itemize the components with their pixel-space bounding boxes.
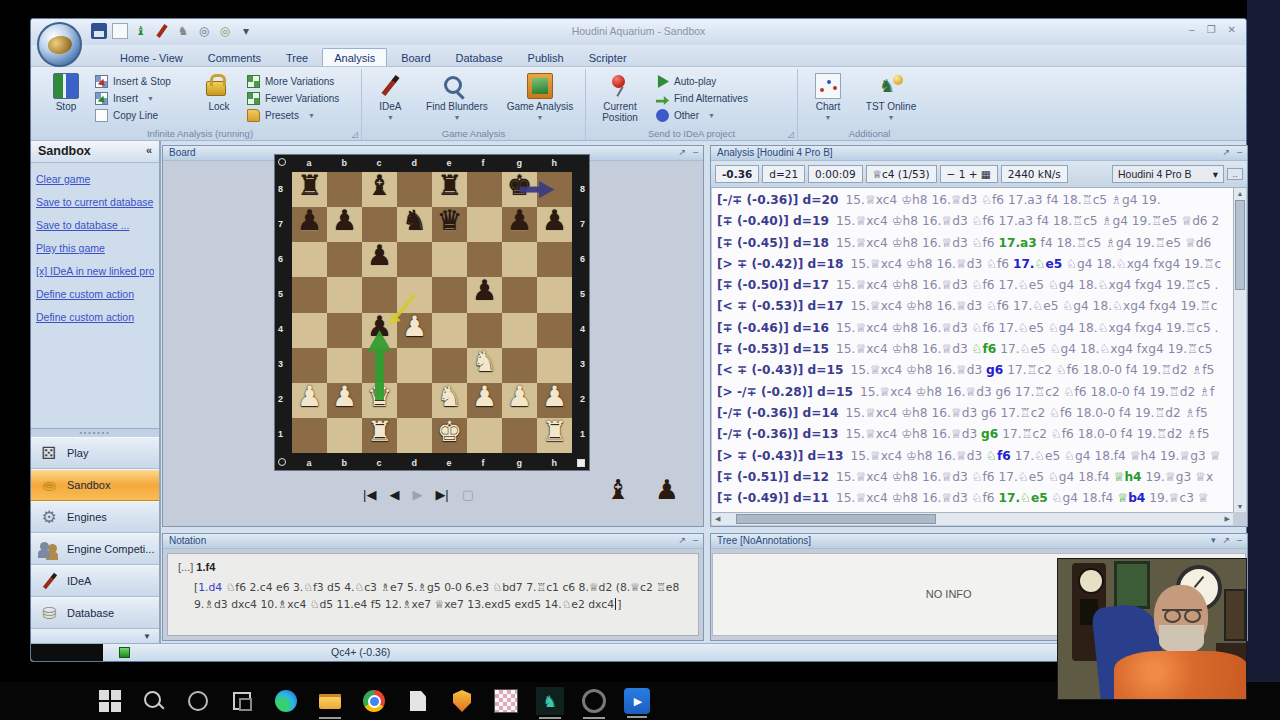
square-c3[interactable] [362,348,397,383]
variations-stepper[interactable]: − 1 + ▦ [940,165,998,183]
eval-prefix: [∓ (-0.50)] d=17 [717,278,829,292]
sidebar-item-engines[interactable]: ⚙Engines [31,501,159,533]
black-pawn: ♟ [362,313,397,341]
captured-pieces-tray: ♝ ♟ [606,474,687,505]
file-label: c [377,158,382,168]
square-g7[interactable]: ♟ [502,207,537,242]
moves-text: 15.♕xc4 ♔h8 16.♕d3 [850,363,986,377]
analysis-line[interactable]: [-/∓ (-0.36)] d=2015.♕xc4 ♔h8 16.♕d3 ♘f6… [717,190,1233,211]
moves-text: g6 [986,363,1003,377]
eval-prefix: [-/∓ (-0.36)] d=14 [717,406,839,420]
first-move-button[interactable]: |◀ [363,487,376,502]
taskbar-pattern-icon[interactable] [492,687,520,715]
black-bishop: ♝ [362,172,397,200]
square-e4[interactable] [432,313,467,348]
rank-label: 5 [278,289,283,299]
dropdown-icon[interactable]: ▾ [1211,535,1216,545]
chess-board[interactable]: ♜♝♜♚♟♟♞♛♟♟♟♟♟♟♞♟♟♛♞♟♟♟♜♚♜ aa88bb77cc66dd… [275,155,589,470]
square-d6[interactable] [397,242,432,277]
white-pawn: ♟ [327,383,362,411]
ribbon: Stop Insert & Stop Insert▼ Copy Line Loc… [31,67,1246,141]
knight-glyph: ♞ [543,692,557,711]
sidebar-item-engine-competi-[interactable]: Engine Competi... [31,533,159,565]
vertical-scrollbar[interactable]: ▲▼ [1233,188,1246,512]
moves-text: 15.♕xc4 ♔h8 16.♕d3 ♘f6 17.♘e5 ♘g4 18.f4 [836,470,1113,484]
taskbar-start-icon[interactable] [96,687,124,715]
notation-panel: Notation ↗– [...] 1.f4 [1.d4 ♘f6 2.c4 e6… [162,533,704,641]
moves-text: 17. [1013,257,1035,271]
best-move-cell[interactable]: ♕c4 (1/53) [866,165,937,183]
database-icon: ⛁ [38,602,60,624]
dropdown-arrow-icon[interactable]: ▼ [708,112,715,119]
moves-text: e5 [1045,257,1062,271]
black-pawn: ♟ [362,242,397,270]
sidebar-item-label: IDeA [67,575,91,587]
analysis-line[interactable]: [> ∓ (-0.42)] d=1815.♕xc4 ♔h8 16.♕d3 ♘f6… [717,254,1233,275]
sidebar-item-play[interactable]: ⚄Play [31,437,159,469]
square-e7[interactable]: ♛ [432,207,467,242]
square-h8[interactable] [537,172,572,207]
square-c7[interactable] [362,207,397,242]
analysis-panel-header: Analysis [Houdini 4 Pro B] ↗– [711,146,1247,161]
square-a4[interactable] [292,313,327,348]
analysis-toolbar: -0.36d=210:00:09♕c4 (1/53)− 1 + ▦2440 kN… [711,161,1247,188]
tab-analysis[interactable]: Analysis [322,48,387,66]
eval-prefix: [< ∓ (-0.43)] d=15 [717,363,843,377]
dialog-launcher-icon[interactable]: ◿ [788,130,794,139]
square-a7[interactable]: ♟ [292,207,327,242]
moves-text: 17.♖c2 ♘f6 18.0-0 f4 19.♖d2 ♗f5 [998,427,1209,441]
tree-panel-header: Tree [NoAnnotations] ▾↗– [711,534,1247,549]
minimize-button[interactable]: – [1189,24,1195,35]
square-g4[interactable] [502,313,537,348]
board-panel: Board ↗– ♜♝♜♚♟♟♞♛♟♟♟♟♟♟♞♟♟♛♞♟♟♟♜♚♜ aa88b… [162,145,704,527]
square-h4[interactable] [537,313,572,348]
analysis-line[interactable]: [∓ (-0.40)] d=1915.♕xc4 ♔h8 16.♕d3 ♘f6 1… [717,211,1233,232]
analysis-line[interactable]: [∓ (-0.49)] d=1115.♕xc4 ♔h8 16.♕d3 ♘f6 1… [717,488,1233,509]
collapse-panel-icon[interactable]: – [693,147,698,157]
pin-panel-icon[interactable]: ↗ [678,535,686,545]
analysis-line[interactable]: [< ∓ (-0.53)] d=1715.♕xc4 ♔h8 16.♕d3 ♘f6… [717,296,1233,317]
white-queen: ♛ [362,383,397,411]
moves-text: 17.a3 [998,236,1036,250]
rank-label: 1 [278,429,283,439]
square-g2[interactable]: ♟ [502,383,537,418]
moves-text: 19.♕g3 ♕x [1142,470,1214,484]
square-f6[interactable] [467,242,502,277]
sidebar-item-label: Sandbox [67,479,110,491]
white-knight: ♞ [432,383,467,411]
taskbar-search-icon[interactable] [140,687,168,715]
collapse-panel-icon[interactable]: – [1237,147,1242,157]
sidebar-link-save-to-current-database[interactable]: Save to current database [36,196,154,208]
close-button[interactable]: ✕ [1228,24,1236,35]
title-bar: ♝♞◎◎▾ Houdini Aquarium - Sandbox –❐✕ [31,19,1246,45]
game-analysis-button[interactable]: Game Analysis▼ [501,70,579,121]
black-pawn: ♟ [537,207,572,235]
sidebar-item-database[interactable]: ⛁Database [31,597,159,629]
taskbar-recorder-app-icon[interactable] [580,687,608,715]
file-label: a [307,158,312,168]
tab-home-view[interactable]: Home - View [109,49,194,66]
moves-text: 17.♘e5 ♘g4 18.f4 ♕h4 19.♕g3 ♕ [1011,449,1221,463]
square-c5[interactable] [362,277,397,312]
find-alternatives-button[interactable]: Find Alternatives [656,92,776,105]
presets-icon [247,109,260,122]
square-h2[interactable]: ♟ [537,383,572,418]
moves-text: ♕ [1117,491,1128,505]
moves-text: 17.♘e5 [998,491,1047,505]
white-king: ♚ [432,418,467,446]
square-f4[interactable] [467,313,502,348]
square-h7[interactable]: ♟ [537,207,572,242]
analysis-line[interactable]: [∓ (-0.45)] d=1815.♕xc4 ♔h8 16.♕d3 ♘f6 1… [717,233,1233,254]
white-pawn: ♟ [397,313,432,341]
board-menu-icon[interactable] [278,458,286,466]
moves-text: ♘ [1035,257,1046,271]
speed-cell[interactable]: 2440 kN/s [1001,165,1068,183]
analysis-line[interactable]: [∓ (-0.50)] d=1715.♕xc4 ♔h8 16.♕d3 ♘f6 1… [717,275,1233,296]
sidebar: Sandbox « Clear gameSave to current data… [31,141,161,645]
square-f1[interactable] [467,418,502,453]
variation-text[interactable]: [1.d4 ♘f6 2.c4 e6 3.♘f3 d5 4.♘c3 ♗e7 5.♗… [194,579,690,614]
moves-text: ♘g4 18.f4 [1048,491,1117,505]
tree-empty-message: NO INFO [926,588,972,600]
square-e2[interactable]: ♞ [432,383,467,418]
board-corner-icon[interactable] [577,459,585,467]
file-label: f [482,458,485,468]
pin-panel-icon[interactable]: ↗ [678,147,686,157]
engine-select[interactable]: Houdini 4 Pro B▾ [1112,165,1224,183]
presets-button[interactable]: Presets▼ [247,109,351,122]
rank-label: 4 [580,324,585,334]
black-pawn: ♟ [292,207,327,235]
tab-tree[interactable]: Tree [275,49,319,66]
taskbar-edge-icon[interactable] [272,687,300,715]
collapse-sidebar-icon[interactable]: « [146,144,152,156]
moves-text: 15.♕xc4 ♔h8 16.♕d3 ♘f6 17.♘e5 ♘g4 18.♘xg… [850,299,1217,313]
stop-button[interactable]: Stop [45,70,87,112]
analysis-line[interactable]: [< ∓ (-0.43)] d=1515.♕xc4 ♔h8 16.♕d3 g6 … [717,360,1233,381]
eval-prefix: [∓ (-0.49)] d=11 [717,491,829,505]
taskbar-cortana-icon[interactable] [184,687,212,715]
moves-text: b4 [1128,491,1145,505]
text-cursor [615,598,616,610]
flip-board-icon[interactable] [278,158,286,166]
chevron-down-icon: ▾ [1213,168,1218,180]
sidebar-link-define-custom-action[interactable]: Define custom action [36,288,154,300]
pin-panel-icon[interactable]: ↗ [1222,147,1230,157]
collapse-panel-icon[interactable]: – [693,535,698,545]
insert-button[interactable]: Insert▼ [95,92,191,105]
square-g6[interactable] [502,242,537,277]
insert-and-stop-button[interactable]: Insert & Stop [95,75,191,88]
scrollbar-thumb[interactable] [1235,200,1245,290]
square-b4[interactable] [327,313,362,348]
square-h1[interactable]: ♜ [537,418,572,453]
mainline-move[interactable]: 1.f4 [196,561,215,573]
auto-play-button[interactable]: Auto-play [656,75,776,88]
moves-text: 15.♕xc4 ♔h8 16.♕d3 ♘f6 17.♘e5 ♘g4 18.♘xg… [836,321,1218,335]
square-e5[interactable] [432,277,467,312]
square-c6[interactable]: ♟ [362,242,397,277]
sidebar-link--x-idea-in-new-linked-pr[interactable]: [x] IDeA in new linked pro [36,265,154,277]
sidebar-item-label: Play [67,447,88,459]
square-g8[interactable]: ♚ [502,172,537,207]
eval-prefix: [∓ (-0.40)] d=19 [717,214,829,228]
square-h5[interactable] [537,277,572,312]
black-queen: ♛ [432,207,467,235]
square-c1[interactable]: ♜ [362,418,397,453]
square-b3[interactable] [327,348,362,383]
file-label: h [552,158,558,168]
pushpin-icon [607,73,633,99]
square-b1[interactable] [327,418,362,453]
square-d7[interactable]: ♞ [397,207,432,242]
square-a2[interactable]: ♟ [292,383,327,418]
dialog-launcher-icon[interactable]: ◿ [352,130,358,139]
square-f3[interactable]: ♞ [467,348,502,383]
file-label: f [482,158,485,168]
moves-text: 15.♕xc4 ♔h8 16.♕d3 ♘f6 17.♘e5 ♘g4 18.♘xg… [836,278,1218,292]
stop-autoplay-button[interactable]: ▢ [462,487,474,502]
analysis-line[interactable]: [> -/∓ (-0.28)] d=1515.♕xc4 ♔h8 16.♕d3 g… [717,382,1233,403]
moves-text: g6 [981,427,998,441]
moves-text: f6 [997,449,1011,463]
taskbar-document-icon[interactable] [404,687,432,715]
sidebar-link-save-to-database-[interactable]: Save to database ... [36,219,154,231]
square-b8[interactable] [327,172,362,207]
fewer-variations-icon [247,92,260,105]
square-a1[interactable] [292,418,327,453]
desktop-background [1247,0,1280,682]
dropdown-arrow-icon[interactable]: ▼ [308,112,315,119]
engines-icon: ⚙ [38,506,60,528]
square-c2[interactable]: ♛ [362,383,397,418]
depth-cell[interactable]: d=21 [762,165,805,183]
magnifier-icon [444,76,462,94]
square-g3[interactable] [502,348,537,383]
sidebar-link-clear-game[interactable]: Clear game [36,173,154,185]
rank-label: 1 [580,429,585,439]
group-additional: Chart▼ TST Online▼ Additional [797,69,941,140]
idea-icon [38,570,60,592]
white-knight: ♞ [467,348,502,376]
eval-prefix: [> ∓ (-0.43)] d=13 [717,449,843,463]
analysis-line[interactable]: [∓ (-0.51)] d=1215.♕xc4 ♔h8 16.♕d3 ♘f6 1… [717,467,1233,488]
square-e1[interactable]: ♚ [432,418,467,453]
square-a8[interactable]: ♜ [292,172,327,207]
file-label: d [412,158,418,168]
sidebar-link-define-custom-action[interactable]: Define custom action [36,311,154,323]
taskbar-explorer-icon[interactable] [316,687,344,715]
square-g5[interactable] [502,277,537,312]
notation-text[interactable]: [...] 1.f4 [1.d4 ♘f6 2.c4 e6 3.♘f3 d5 4.… [167,553,699,636]
square-b2[interactable]: ♟ [327,383,362,418]
analysis-line[interactable]: [∓ (-0.46)] d=1615.♕xc4 ♔h8 16.♕d3 ♘f6 1… [717,318,1233,339]
chart-button[interactable]: Chart▼ [804,70,852,121]
sidebar-link-play-this-game[interactable]: Play this game [36,242,154,254]
taskbar-taskview-icon[interactable] [228,687,256,715]
black-rook: ♜ [292,172,327,200]
taskbar-shield-icon[interactable] [448,687,476,715]
tab-scripter[interactable]: Scripter [578,49,638,66]
moves-text: 17.♘e5 ♘g4 18.♘xg4 fxg4 19.♖c5 [996,342,1212,356]
copy-line-button[interactable]: Copy Line [95,109,191,122]
tab-publish[interactable]: Publish [517,49,575,66]
square-b7[interactable]: ♟ [327,207,362,242]
sidebar-item-idea[interactable]: IDeA [31,565,159,597]
prev-move-button[interactable]: ◀ [389,487,399,502]
next-move-button[interactable]: ▶ [412,487,422,502]
moves-text: 19.♕c3 ♕ [1145,491,1208,505]
fewer-variations-button[interactable]: Fewer Variations [247,92,351,105]
square-g1[interactable] [502,418,537,453]
square-f8[interactable] [467,172,502,207]
webcam-overlay [1057,558,1247,700]
horizontal-scrollbar[interactable]: ◀▶ [712,512,1233,525]
analysis-line[interactable]: [> ∓ (-0.43)] d=1315.♕xc4 ♔h8 16.♕d3 ♘f6… [717,446,1233,467]
square-d3[interactable] [397,348,432,383]
current-position-button[interactable]: Current Position [592,70,648,123]
lock-icon [206,81,226,96]
fish-icon [46,33,73,56]
square-h6[interactable] [537,242,572,277]
rank-label: 2 [278,394,283,404]
auto-play-icon [656,75,669,88]
moves-text: 17.♖c2 ♘f6 18.0-0 f4 19.♖d2 ♗f5 [1003,363,1214,377]
sidebar-item-label: Engine Competi... [67,543,154,555]
idea-button[interactable]: IDeA▼ [368,70,413,121]
rank-label: 6 [278,254,283,264]
other-button[interactable]: Other▼ [656,109,776,122]
square-a3[interactable] [292,348,327,383]
chart-icon [815,73,841,99]
rank-label: 8 [580,184,585,194]
tst-online-button[interactable]: TST Online▼ [860,70,922,121]
square-c8[interactable]: ♝ [362,172,397,207]
eval-prefix: [< ∓ (-0.53)] d=17 [717,299,843,313]
analysis-line[interactable]: [-/∓ (-0.36)] d=1315.♕xc4 ♔h8 16.♕d3 g6 … [717,424,1233,445]
moves-text: 15.♕xc4 ♔h8 16.♕d3 ♘f6 [836,236,998,250]
analysis-line[interactable]: [-/∓ (-0.36)] d=1415.♕xc4 ♔h8 16.♕d3 g6 … [717,403,1233,424]
eval-prefix: [-/∓ (-0.36)] d=20 [717,193,839,207]
moves-text: 15.♕xc4 ♔h8 16.♕d3 ♘f6 17.a3 f4 18.♖c5 ♗… [836,214,1219,228]
sidebar-title: Sandbox « [31,141,159,163]
moves-text: 15.♕xc4 ♔h8 16.♕d3 [836,342,972,356]
moves-text: 15.♕xc4 ♔h8 16.♕d3 ♘f6 [836,491,998,505]
square-b6[interactable] [327,242,362,277]
rank-label: 3 [278,359,283,369]
dropdown-arrow-icon[interactable]: ▼ [147,95,154,102]
restore-button[interactable]: ❐ [1207,24,1216,35]
square-f2[interactable]: ♟ [467,383,502,418]
eval-prefix: [> ∓ (-0.42)] d=18 [717,257,843,271]
scrollbar-thumb[interactable] [736,514,936,524]
collapse-panel-icon[interactable]: – [1237,535,1242,545]
square-a6[interactable] [292,242,327,277]
black-pawn: ♟ [327,207,362,235]
square-d8[interactable] [397,172,432,207]
square-e8[interactable]: ♜ [432,172,467,207]
lock-button[interactable]: Lock [199,70,239,112]
rank-label: 4 [278,324,283,334]
taskbar-chess-app-icon[interactable]: ♞ [536,687,564,715]
find-blunders-button[interactable]: Find Blunders▼ [421,70,493,121]
file-label: d [412,458,418,468]
variation-first-move[interactable]: 1.d4 [198,581,222,594]
white-pawn: ♟ [467,383,502,411]
eval-prefix: [-/∓ (-0.36)] d=13 [717,427,839,441]
pin-panel-icon[interactable]: ↗ [1222,535,1230,545]
rank-label: 8 [278,184,283,194]
sidebar-item-sandbox[interactable]: ⛂Sandbox [31,469,159,501]
file-label: a [307,458,312,468]
tab-database[interactable]: Database [445,49,514,66]
square-e3[interactable] [432,348,467,383]
time-cell[interactable]: 0:00:09 [808,165,862,183]
moves-text: 15.♕xc4 ♔h8 16.♕d3 ♘f6 17.a3 f4 18.♖c5 ♗… [846,193,1161,207]
square-d1[interactable] [397,418,432,453]
app-logo-button[interactable] [37,22,82,67]
picture-frame [1224,589,1246,641]
engine-options-button[interactable]: .. [1227,168,1243,180]
more-variations-button[interactable]: More Variations [247,75,351,88]
analysis-line[interactable]: [∓ (-0.53)] d=1515.♕xc4 ♔h8 16.♕d3 ♘f6 1… [717,339,1233,360]
people-icon [38,538,60,560]
last-move-button[interactable]: ▶| [435,487,448,502]
group-game-analysis: IDeA▼ Find Blunders▼ Game Analysis▼ Game… [361,69,585,140]
square-c4[interactable]: ♟ [362,313,397,348]
game-navigation: |◀◀▶▶|▢ [363,487,474,502]
tab-comments[interactable]: Comments [197,49,272,66]
eval-prefix: [∓ (-0.53)] d=15 [717,342,829,356]
find-alternatives-icon [656,92,669,105]
moves-text: 15.♕xc4 ♔h8 16.♕d3 ♘f6 [850,257,1012,271]
rank-label: 7 [580,219,585,229]
rank-label: 2 [580,394,585,404]
black-king: ♚ [502,172,537,200]
square-f5[interactable]: ♟ [467,277,502,312]
square-b5[interactable] [327,277,362,312]
sidebar-splitter[interactable]: ••••••• [31,428,159,437]
window-controls: –❐✕ [1189,24,1236,35]
eval-cell[interactable]: -0.36 [715,165,759,183]
taskbar-chrome-icon[interactable] [360,687,388,715]
square-a5[interactable] [292,277,327,312]
play-glyph: ▶ [634,695,642,708]
square-d5[interactable] [397,277,432,312]
square-e6[interactable] [432,242,467,277]
eval-prefix: [∓ (-0.51)] d=12 [717,470,829,484]
idea-brush-icon [377,73,403,99]
square-d2[interactable] [397,383,432,418]
square-f7[interactable] [467,207,502,242]
sandbox-icon: ⛂ [38,474,60,496]
eval-prefix: [∓ (-0.46)] d=16 [717,321,829,335]
window-title: Houdini Aquarium - Sandbox [31,25,1246,37]
taskbar-media-app-icon[interactable]: ▶ [624,688,650,714]
moves-text: ♘f6 [972,342,997,356]
file-label: e [447,158,452,168]
tab-board[interactable]: Board [390,49,441,66]
sidebar-item-label: Database [67,607,114,619]
file-label: h [552,458,558,468]
copy-line-icon [95,109,108,122]
black-pawn: ♟ [502,207,537,235]
square-d4[interactable]: ♟ [397,313,432,348]
square-h3[interactable] [537,348,572,383]
